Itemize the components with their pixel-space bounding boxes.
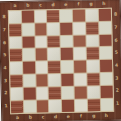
file-label: f: [74, 113, 87, 119]
square-b3[interactable]: [23, 74, 35, 86]
square-a5[interactable]: [9, 49, 21, 61]
file-label: g: [85, 1, 98, 7]
square-b8[interactable]: [21, 10, 33, 22]
square-g8[interactable]: [85, 9, 97, 21]
square-h7[interactable]: [99, 21, 111, 33]
rank-label: 5: [113, 46, 119, 59]
file-label: c: [34, 2, 47, 8]
file-label: h: [100, 112, 113, 118]
square-a8[interactable]: [9, 11, 21, 23]
file-label: c: [36, 114, 49, 120]
square-e3[interactable]: [61, 74, 73, 86]
square-b7[interactable]: [22, 23, 34, 35]
rank-label: 8: [112, 8, 118, 21]
rank-label: 2: [114, 85, 120, 98]
square-c2[interactable]: [36, 87, 48, 99]
square-a6[interactable]: [9, 36, 21, 48]
rank-label: 6: [1, 36, 7, 49]
rank-label: 8: [1, 11, 7, 24]
square-e8[interactable]: [60, 9, 72, 21]
rank-labels-right: 87654321: [112, 8, 120, 110]
rank-label: 7: [112, 21, 118, 34]
square-f6[interactable]: [73, 35, 85, 47]
square-g6[interactable]: [86, 35, 98, 47]
square-c8[interactable]: [34, 10, 46, 22]
square-a7[interactable]: [9, 23, 21, 35]
square-h3[interactable]: [100, 73, 112, 85]
file-label: a: [11, 114, 24, 120]
board-photo: abcdefgh abcdefgh 87654321 87654321: [0, 0, 121, 121]
square-g2[interactable]: [87, 86, 99, 98]
square-d5[interactable]: [48, 48, 60, 60]
rank-label: 7: [1, 24, 7, 37]
square-g4[interactable]: [87, 60, 99, 72]
square-d2[interactable]: [49, 87, 61, 99]
square-a2[interactable]: [10, 88, 22, 100]
square-d3[interactable]: [48, 74, 60, 86]
square-c3[interactable]: [36, 74, 48, 86]
rank-label: 5: [1, 49, 7, 62]
file-label: g: [87, 112, 100, 118]
square-f4[interactable]: [74, 60, 86, 72]
file-label: d: [46, 2, 59, 8]
square-f2[interactable]: [74, 86, 86, 98]
square-c6[interactable]: [35, 36, 47, 48]
file-label: b: [24, 114, 37, 120]
square-g7[interactable]: [86, 22, 98, 34]
square-e6[interactable]: [60, 35, 72, 47]
file-label: e: [62, 113, 75, 119]
rank-label: 6: [113, 34, 119, 47]
file-label: e: [59, 1, 72, 7]
square-d8[interactable]: [47, 10, 59, 22]
square-c7[interactable]: [35, 23, 47, 35]
square-f1[interactable]: [75, 99, 87, 111]
rank-label: 4: [113, 59, 119, 72]
square-b4[interactable]: [23, 62, 35, 74]
square-f3[interactable]: [74, 73, 86, 85]
square-e1[interactable]: [62, 99, 74, 111]
square-b6[interactable]: [22, 36, 34, 48]
square-h6[interactable]: [99, 34, 111, 46]
rank-label: 1: [3, 100, 9, 113]
rank-label: 3: [114, 72, 120, 85]
square-g3[interactable]: [87, 73, 99, 85]
rank-label: 3: [2, 74, 8, 87]
square-e4[interactable]: [61, 61, 73, 73]
square-a1[interactable]: [11, 100, 23, 112]
rank-label: 4: [2, 62, 8, 75]
square-f7[interactable]: [73, 22, 85, 34]
square-h4[interactable]: [99, 60, 111, 72]
square-h8[interactable]: [98, 9, 110, 21]
square-a4[interactable]: [10, 62, 22, 74]
square-d6[interactable]: [48, 35, 60, 47]
square-d7[interactable]: [47, 23, 59, 35]
rank-label: 2: [2, 87, 8, 100]
file-label: a: [8, 3, 21, 9]
square-h1[interactable]: [100, 98, 112, 110]
square-b2[interactable]: [23, 87, 35, 99]
square-c4[interactable]: [35, 61, 47, 73]
square-b5[interactable]: [22, 49, 34, 61]
square-b1[interactable]: [23, 100, 35, 112]
square-a3[interactable]: [10, 75, 22, 87]
chess-board: abcdefgh abcdefgh 87654321 87654321: [0, 0, 121, 121]
square-e5[interactable]: [61, 48, 73, 60]
rank-label: 1: [114, 97, 120, 110]
square-d1[interactable]: [49, 99, 61, 111]
square-e2[interactable]: [62, 86, 74, 98]
square-e7[interactable]: [60, 22, 72, 34]
square-d4[interactable]: [48, 61, 60, 73]
file-label: d: [49, 113, 62, 119]
playing-area: [8, 8, 114, 114]
square-c5[interactable]: [35, 48, 47, 60]
square-g1[interactable]: [88, 99, 100, 111]
square-f8[interactable]: [73, 9, 85, 21]
file-labels-bottom: abcdefgh: [11, 112, 113, 120]
square-f5[interactable]: [74, 48, 86, 60]
square-h2[interactable]: [100, 85, 112, 97]
file-label: b: [21, 2, 34, 8]
file-label: f: [72, 1, 85, 7]
square-g5[interactable]: [86, 47, 98, 59]
square-c1[interactable]: [36, 100, 48, 112]
square-h5[interactable]: [99, 47, 111, 59]
file-label: h: [97, 1, 110, 7]
